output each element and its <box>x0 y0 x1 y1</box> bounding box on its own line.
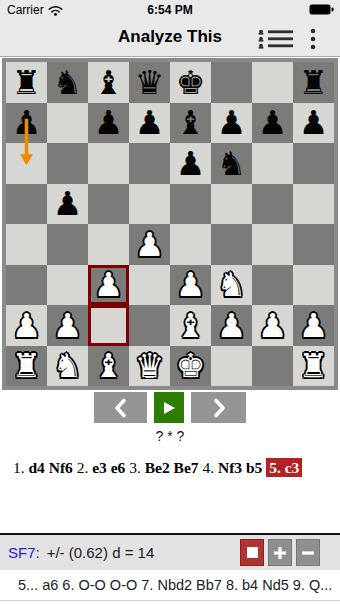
white-piece-e3: ♟ <box>176 268 206 301</box>
square-c7[interactable]: ♟ <box>88 103 129 144</box>
square-g3[interactable] <box>252 265 293 306</box>
black-piece-e8: ♚ <box>176 66 206 99</box>
engine-line[interactable]: 5... a6 6. O-O O-O 7. Nbd2 Bb7 8. b4 Nd5… <box>18 577 338 593</box>
black-piece-c8: ♝ <box>94 66 124 99</box>
black-piece-e6: ♟ <box>176 147 206 180</box>
square-c4[interactable] <box>88 224 129 265</box>
square-d3[interactable] <box>129 265 170 306</box>
square-h7[interactable]: ♟ <box>293 103 334 144</box>
square-b8[interactable]: ♞ <box>47 62 88 103</box>
square-f7[interactable]: ♟ <box>211 103 252 144</box>
battery-icon <box>309 4 334 15</box>
square-d7[interactable]: ♟ <box>129 103 170 144</box>
square-d2[interactable] <box>129 305 170 346</box>
square-c1[interactable]: ♝ <box>88 346 129 387</box>
white-piece-e1: ♚ <box>176 349 206 382</box>
move-number[interactable]: 3. <box>129 459 141 476</box>
white-piece-d1: ♛ <box>135 349 165 382</box>
square-a8[interactable]: ♜ <box>6 62 47 103</box>
square-b7[interactable] <box>47 103 88 144</box>
move-list[interactable]: 1. d4 Nf6 2. e3 e6 3. Be2 Be7 4. Nf3 b5 … <box>13 458 334 478</box>
square-f1[interactable] <box>211 346 252 387</box>
square-h6[interactable] <box>293 143 334 184</box>
black-piece-h7: ♟ <box>299 106 329 139</box>
square-f4[interactable] <box>211 224 252 265</box>
square-g1[interactable] <box>252 346 293 387</box>
engine-stop-button[interactable] <box>240 539 264 566</box>
square-c5[interactable] <box>88 184 129 225</box>
square-c3[interactable]: ♟ <box>88 265 129 306</box>
square-f8[interactable] <box>211 62 252 103</box>
square-g8[interactable] <box>252 62 293 103</box>
white-piece-b2: ♟ <box>53 309 83 342</box>
move-text[interactable]: e3 e6 <box>92 459 125 476</box>
square-c2[interactable] <box>88 305 129 346</box>
forward-button[interactable] <box>191 392 246 423</box>
square-f6[interactable]: ♞ <box>211 143 252 184</box>
square-h1[interactable]: ♜ <box>293 346 334 387</box>
plus-icon <box>273 546 287 560</box>
square-a4[interactable] <box>6 224 47 265</box>
square-a7[interactable]: ♟ <box>6 103 47 144</box>
white-piece-a2: ♟ <box>12 309 42 342</box>
move-list-icon[interactable] <box>257 29 294 49</box>
black-piece-g7: ♟ <box>258 106 288 139</box>
black-piece-f7: ♟ <box>217 106 247 139</box>
app-screen: Carrier 6:54 PM Analyze This <box>0 0 340 604</box>
playback-controls <box>0 392 340 423</box>
square-g2[interactable]: ♟ <box>252 305 293 346</box>
black-piece-f6: ♞ <box>217 147 247 180</box>
back-button[interactable] <box>94 392 147 423</box>
white-piece-c1: ♝ <box>94 349 124 382</box>
white-piece-h2: ♟ <box>299 309 329 342</box>
black-piece-a7: ♟ <box>12 106 42 139</box>
square-e6[interactable]: ♟ <box>170 143 211 184</box>
top-chrome: Carrier 6:54 PM Analyze This <box>0 0 340 57</box>
black-piece-d7: ♟ <box>135 106 165 139</box>
result-line: ? * ? <box>0 428 340 444</box>
chevron-left-icon <box>111 396 131 420</box>
square-b6[interactable] <box>47 143 88 184</box>
square-f2[interactable]: ♟ <box>211 305 252 346</box>
square-e5[interactable] <box>170 184 211 225</box>
white-piece-d4: ♟ <box>135 228 165 261</box>
black-piece-d8: ♛ <box>135 66 165 99</box>
white-piece-f3: ♞ <box>217 268 247 301</box>
black-piece-b5: ♟ <box>53 187 83 220</box>
black-piece-h8: ♜ <box>299 66 329 99</box>
chess-board[interactable]: ♜♞♝♛♚♜♟♟♟♝♟♟♟♟♞♟♟♟♟♞♟♟♝♟♟♟♜♞♝♛♚♜ <box>2 58 338 390</box>
square-c6[interactable] <box>88 143 129 184</box>
minus-icon <box>301 546 315 560</box>
bottom-divider <box>0 600 340 601</box>
current-move[interactable]: 5. c3 <box>266 458 302 477</box>
square-d8[interactable]: ♛ <box>129 62 170 103</box>
engine-name: SF7: <box>8 544 40 561</box>
square-f3[interactable]: ♞ <box>211 265 252 306</box>
white-piece-b1: ♞ <box>53 349 83 382</box>
square-d1[interactable]: ♛ <box>129 346 170 387</box>
square-g7[interactable]: ♟ <box>252 103 293 144</box>
move-number[interactable]: 2. <box>77 459 89 476</box>
square-g4[interactable] <box>252 224 293 265</box>
black-piece-a8: ♜ <box>12 66 42 99</box>
square-d6[interactable] <box>129 143 170 184</box>
engine-plus-button[interactable] <box>268 539 292 566</box>
white-piece-e2: ♝ <box>176 309 206 342</box>
play-button[interactable] <box>154 392 184 423</box>
square-b2[interactable]: ♟ <box>47 305 88 346</box>
overflow-menu-icon[interactable] <box>308 28 318 50</box>
square-a6[interactable] <box>6 143 47 184</box>
move-text[interactable]: Be2 Be7 <box>145 459 199 476</box>
square-h8[interactable]: ♜ <box>293 62 334 103</box>
white-piece-a1: ♜ <box>12 349 42 382</box>
engine-bar: SF7: +/- (0.62) d = 14 <box>0 535 340 570</box>
square-f5[interactable] <box>211 184 252 225</box>
square-e2[interactable]: ♝ <box>170 305 211 346</box>
white-piece-f2: ♟ <box>217 309 247 342</box>
black-piece-c7: ♟ <box>94 106 124 139</box>
move-text[interactable]: d4 Nf6 <box>29 459 73 476</box>
play-icon <box>161 400 177 416</box>
square-b5[interactable]: ♟ <box>47 184 88 225</box>
square-e3[interactable]: ♟ <box>170 265 211 306</box>
white-piece-h1: ♜ <box>299 349 329 382</box>
square-e1[interactable]: ♚ <box>170 346 211 387</box>
square-b1[interactable]: ♞ <box>47 346 88 387</box>
square-a1[interactable]: ♜ <box>6 346 47 387</box>
white-piece-c3: ♟ <box>94 268 124 301</box>
square-g5[interactable] <box>252 184 293 225</box>
stop-icon <box>247 547 258 558</box>
square-h4[interactable] <box>293 224 334 265</box>
square-a5[interactable] <box>6 184 47 225</box>
black-piece-e7: ♝ <box>176 106 206 139</box>
square-e7[interactable]: ♝ <box>170 103 211 144</box>
white-piece-g2: ♟ <box>258 309 288 342</box>
square-e8[interactable]: ♚ <box>170 62 211 103</box>
engine-minus-button[interactable] <box>296 539 320 566</box>
square-h2[interactable]: ♟ <box>293 305 334 346</box>
square-g6[interactable] <box>252 143 293 184</box>
move-number[interactable]: 1. <box>13 459 25 476</box>
black-piece-b8: ♞ <box>53 66 83 99</box>
engine-eval: +/- (0.62) d = 14 <box>47 544 155 561</box>
chevron-right-icon <box>209 396 229 420</box>
status-bar: Carrier 6:54 PM <box>0 0 340 20</box>
square-d4[interactable]: ♟ <box>129 224 170 265</box>
square-c8[interactable]: ♝ <box>88 62 129 103</box>
square-b3[interactable] <box>47 265 88 306</box>
move-number[interactable]: 4. <box>202 459 214 476</box>
square-d5[interactable] <box>129 184 170 225</box>
square-h3[interactable] <box>293 265 334 306</box>
square-e4[interactable] <box>170 224 211 265</box>
square-h5[interactable] <box>293 184 334 225</box>
square-a2[interactable]: ♟ <box>6 305 47 346</box>
clock: 6:54 PM <box>0 3 340 17</box>
square-a3[interactable] <box>6 265 47 306</box>
square-b4[interactable] <box>47 224 88 265</box>
move-text[interactable]: Nf3 b5 <box>218 459 262 476</box>
